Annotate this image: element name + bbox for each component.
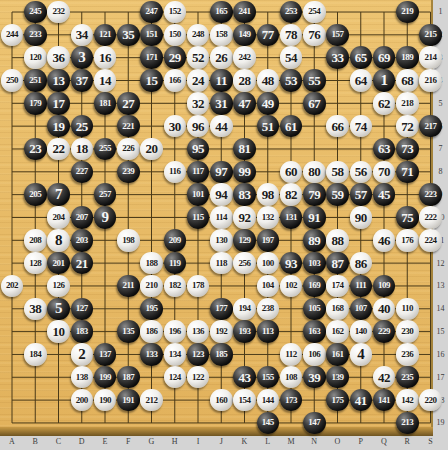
move-number: 238 — [262, 304, 274, 313]
stone-white-114[interactable]: 114 — [210, 206, 233, 229]
move-number: 90 — [355, 211, 367, 224]
stone-black-59[interactable]: 59 — [326, 183, 349, 206]
stone-white-220[interactable]: 220 — [419, 389, 442, 412]
stone-black-117[interactable]: 117 — [187, 161, 210, 184]
stone-white-210[interactable]: 210 — [140, 275, 163, 298]
stone-black-203[interactable]: 203 — [71, 229, 94, 252]
move-number: 45 — [378, 188, 390, 201]
stone-white-18[interactable]: 18 — [71, 138, 94, 161]
move-number: 21 — [76, 257, 88, 270]
board-grid[interactable]: 2452322471521652412532542192442333412135… — [0, 1, 442, 435]
stone-white-112[interactable]: 112 — [280, 343, 303, 366]
stone-white-250[interactable]: 250 — [1, 69, 24, 92]
stone-black-147[interactable]: 147 — [303, 412, 326, 435]
stone-white-190[interactable]: 190 — [94, 389, 117, 412]
move-number: 41 — [355, 394, 367, 407]
stone-black-29[interactable]: 29 — [164, 46, 187, 69]
stone-black-211[interactable]: 211 — [117, 275, 140, 298]
stone-black-179[interactable]: 179 — [24, 92, 47, 115]
move-number: 196 — [169, 327, 181, 336]
move-number: 208 — [29, 236, 41, 245]
stone-black-53[interactable]: 53 — [280, 69, 303, 92]
stone-white-46[interactable]: 46 — [373, 229, 396, 252]
stone-black-89[interactable]: 89 — [303, 229, 326, 252]
stone-black-177[interactable]: 177 — [210, 298, 233, 321]
move-number: 58 — [332, 165, 344, 178]
stone-white-216[interactable]: 216 — [419, 69, 442, 92]
stone-black-1[interactable]: 1 — [373, 69, 396, 92]
stone-white-214[interactable]: 214 — [419, 46, 442, 69]
move-number: 64 — [355, 74, 367, 87]
stone-black-115[interactable]: 115 — [187, 206, 210, 229]
move-number: 23 — [29, 142, 41, 155]
stone-white-70[interactable]: 70 — [373, 161, 396, 184]
stone-black-155[interactable]: 155 — [257, 366, 280, 389]
stone-black-57[interactable]: 57 — [350, 183, 373, 206]
stone-white-26[interactable]: 26 — [210, 46, 233, 69]
stone-black-17[interactable]: 17 — [47, 92, 70, 115]
stone-white-24[interactable]: 24 — [187, 69, 210, 92]
move-number: 187 — [122, 373, 134, 382]
move-number: 62 — [378, 97, 390, 110]
stone-white-100[interactable]: 100 — [257, 252, 280, 275]
stone-black-15[interactable]: 15 — [140, 69, 163, 92]
stone-white-48[interactable]: 48 — [257, 69, 280, 92]
move-number: 157 — [332, 30, 344, 39]
stone-black-213[interactable]: 213 — [396, 412, 419, 435]
stone-black-69[interactable]: 69 — [373, 46, 396, 69]
stone-white-40[interactable]: 40 — [373, 298, 396, 321]
stone-black-99[interactable]: 99 — [233, 161, 256, 184]
stone-white-108[interactable]: 108 — [280, 366, 303, 389]
stone-white-138[interactable]: 138 — [71, 366, 94, 389]
move-number: 112 — [285, 350, 297, 359]
stone-black-187[interactable]: 187 — [117, 366, 140, 389]
move-number: 253 — [285, 7, 297, 16]
stone-white-90[interactable]: 90 — [350, 206, 373, 229]
col-label-B: B — [24, 437, 47, 450]
stone-white-204[interactable]: 204 — [47, 206, 70, 229]
move-number: 99 — [239, 165, 251, 178]
stone-black-239[interactable]: 239 — [117, 161, 140, 184]
stone-black-131[interactable]: 131 — [280, 206, 303, 229]
stone-black-223[interactable]: 223 — [419, 183, 442, 206]
stone-white-124[interactable]: 124 — [164, 366, 187, 389]
stone-black-245[interactable]: 245 — [24, 1, 47, 24]
stone-black-255[interactable]: 255 — [94, 138, 117, 161]
stone-white-16[interactable]: 16 — [94, 46, 117, 69]
stone-white-10[interactable]: 10 — [47, 320, 70, 343]
stone-white-52[interactable]: 52 — [187, 46, 210, 69]
stone-white-66[interactable]: 66 — [326, 115, 349, 138]
stone-white-242[interactable]: 242 — [233, 46, 256, 69]
stone-black-201[interactable]: 201 — [47, 252, 70, 275]
stone-white-226[interactable]: 226 — [117, 138, 140, 161]
stone-white-162[interactable]: 162 — [326, 320, 349, 343]
stone-white-202[interactable]: 202 — [1, 275, 24, 298]
stone-white-144[interactable]: 144 — [257, 389, 280, 412]
move-number: 36 — [53, 51, 65, 64]
stone-white-168[interactable]: 168 — [326, 298, 349, 321]
move-number: 255 — [99, 144, 111, 153]
stone-black-253[interactable]: 253 — [280, 1, 303, 24]
stone-black-101[interactable]: 101 — [187, 183, 210, 206]
stone-white-56[interactable]: 56 — [350, 161, 373, 184]
stone-white-44[interactable]: 44 — [210, 115, 233, 138]
stone-white-14[interactable]: 14 — [94, 69, 117, 92]
stone-black-25[interactable]: 25 — [71, 115, 94, 138]
move-number: 31 — [215, 97, 227, 110]
stone-black-183[interactable]: 183 — [71, 320, 94, 343]
stone-black-207[interactable]: 207 — [71, 206, 94, 229]
move-number: 217 — [425, 122, 437, 131]
stone-black-247[interactable]: 247 — [140, 1, 163, 24]
move-number: 43 — [239, 371, 251, 384]
move-number: 33 — [332, 51, 344, 64]
stone-white-200[interactable]: 200 — [71, 389, 94, 412]
stone-black-91[interactable]: 91 — [303, 206, 326, 229]
stone-black-19[interactable]: 19 — [47, 115, 70, 138]
stone-black-209[interactable]: 209 — [164, 229, 187, 252]
stone-white-136[interactable]: 136 — [187, 320, 210, 343]
stone-black-27[interactable]: 27 — [117, 92, 140, 115]
stone-black-149[interactable]: 149 — [233, 24, 256, 47]
stone-white-150[interactable]: 150 — [164, 24, 187, 47]
stone-white-102[interactable]: 102 — [280, 275, 303, 298]
move-number: 28 — [239, 74, 251, 87]
stone-black-127[interactable]: 127 — [71, 298, 94, 321]
col-label-R: R — [396, 437, 419, 450]
stone-white-158[interactable]: 158 — [210, 24, 233, 47]
stone-black-7[interactable]: 7 — [47, 183, 70, 206]
stone-black-9[interactable]: 9 — [94, 206, 117, 229]
move-number: 81 — [239, 142, 251, 155]
stone-black-21[interactable]: 21 — [71, 252, 94, 275]
move-number: 134 — [169, 350, 181, 359]
move-number: 91 — [308, 211, 320, 224]
stone-white-38[interactable]: 38 — [24, 298, 47, 321]
stone-white-60[interactable]: 60 — [280, 161, 303, 184]
stone-black-145[interactable]: 145 — [257, 412, 280, 435]
stone-black-191[interactable]: 191 — [117, 389, 140, 412]
stone-black-111[interactable]: 111 — [350, 275, 373, 298]
stone-white-54[interactable]: 54 — [280, 46, 303, 69]
stone-white-30[interactable]: 30 — [164, 115, 187, 138]
move-number: 46 — [378, 234, 390, 247]
stone-white-134[interactable]: 134 — [164, 343, 187, 366]
stone-white-212[interactable]: 212 — [140, 389, 163, 412]
stone-white-126[interactable]: 126 — [47, 275, 70, 298]
stone-black-71[interactable]: 71 — [396, 161, 419, 184]
stone-white-92[interactable]: 92 — [233, 206, 256, 229]
stone-black-95[interactable]: 95 — [187, 138, 210, 161]
stone-white-98[interactable]: 98 — [257, 183, 280, 206]
stone-white-182[interactable]: 182 — [164, 275, 187, 298]
stone-white-140[interactable]: 140 — [350, 320, 373, 343]
move-number: 256 — [239, 259, 251, 268]
stone-black-163[interactable]: 163 — [303, 320, 326, 343]
stone-black-109[interactable]: 109 — [373, 275, 396, 298]
stone-white-78[interactable]: 78 — [280, 24, 303, 47]
stone-white-80[interactable]: 80 — [303, 161, 326, 184]
stone-black-37[interactable]: 37 — [71, 69, 94, 92]
stone-black-105[interactable]: 105 — [303, 298, 326, 321]
move-number: 96 — [192, 120, 204, 133]
stone-black-49[interactable]: 49 — [257, 92, 280, 115]
stone-black-113[interactable]: 113 — [257, 320, 280, 343]
stone-black-5[interactable]: 5 — [47, 298, 70, 321]
stone-black-65[interactable]: 65 — [350, 46, 373, 69]
move-number: 86 — [355, 257, 367, 270]
move-number: 69 — [378, 51, 390, 64]
stone-black-81[interactable]: 81 — [233, 138, 256, 161]
stone-white-194[interactable]: 194 — [233, 298, 256, 321]
stone-white-254[interactable]: 254 — [303, 1, 326, 24]
stone-black-137[interactable]: 137 — [94, 343, 117, 366]
stone-white-32[interactable]: 32 — [187, 92, 210, 115]
stone-black-151[interactable]: 151 — [140, 24, 163, 47]
move-number: 38 — [29, 302, 41, 315]
stone-black-87[interactable]: 87 — [326, 252, 349, 275]
move-number: 97 — [215, 165, 227, 178]
stone-white-196[interactable]: 196 — [164, 320, 187, 343]
stone-white-76[interactable]: 76 — [303, 24, 326, 47]
stone-black-55[interactable]: 55 — [303, 69, 326, 92]
stone-white-174[interactable]: 174 — [326, 275, 349, 298]
stone-black-139[interactable]: 139 — [326, 366, 349, 389]
stone-black-79[interactable]: 79 — [303, 183, 326, 206]
stone-black-169[interactable]: 169 — [303, 275, 326, 298]
stone-black-45[interactable]: 45 — [373, 183, 396, 206]
stone-black-33[interactable]: 33 — [326, 46, 349, 69]
stone-black-121[interactable]: 121 — [94, 24, 117, 47]
stone-black-197[interactable]: 197 — [257, 229, 280, 252]
stone-black-3[interactable]: 3 — [71, 46, 94, 69]
stone-white-166[interactable]: 166 — [164, 69, 187, 92]
stone-white-34[interactable]: 34 — [71, 24, 94, 47]
stone-black-31[interactable]: 31 — [210, 92, 233, 115]
stone-white-62[interactable]: 62 — [373, 92, 396, 115]
stone-white-188[interactable]: 188 — [140, 252, 163, 275]
stone-black-175[interactable]: 175 — [326, 389, 349, 412]
stone-black-181[interactable]: 181 — [94, 92, 117, 115]
stone-black-75[interactable]: 75 — [396, 206, 419, 229]
move-number: 216 — [425, 76, 437, 85]
stone-white-178[interactable]: 178 — [187, 275, 210, 298]
col-label-I: I — [186, 437, 209, 450]
stone-white-110[interactable]: 110 — [396, 298, 419, 321]
stone-white-68[interactable]: 68 — [396, 69, 419, 92]
stone-black-141[interactable]: 141 — [373, 389, 396, 412]
stone-black-185[interactable]: 185 — [210, 343, 233, 366]
stone-black-97[interactable]: 97 — [210, 161, 233, 184]
stone-black-93[interactable]: 93 — [280, 252, 303, 275]
stone-white-106[interactable]: 106 — [303, 343, 326, 366]
move-number: 40 — [378, 302, 390, 315]
stone-white-198[interactable]: 198 — [117, 229, 140, 252]
move-number: 1 — [381, 73, 388, 88]
move-number: 213 — [401, 418, 413, 427]
stone-white-224[interactable]: 224 — [419, 229, 442, 252]
stone-white-88[interactable]: 88 — [326, 229, 349, 252]
stone-black-227[interactable]: 227 — [71, 161, 94, 184]
stone-black-161[interactable]: 161 — [326, 343, 349, 366]
stone-white-8[interactable]: 8 — [47, 229, 70, 252]
stone-black-189[interactable]: 189 — [396, 46, 419, 69]
stone-black-63[interactable]: 63 — [373, 138, 396, 161]
stone-white-4[interactable]: 4 — [350, 343, 373, 366]
stone-white-192[interactable]: 192 — [210, 320, 233, 343]
move-number: 116 — [169, 167, 181, 176]
stone-black-221[interactable]: 221 — [117, 115, 140, 138]
stone-black-219[interactable]: 219 — [396, 1, 419, 24]
stone-white-154[interactable]: 154 — [233, 389, 256, 412]
stone-white-238[interactable]: 238 — [257, 298, 280, 321]
stone-white-160[interactable]: 160 — [210, 389, 233, 412]
stone-white-104[interactable]: 104 — [257, 275, 280, 298]
col-label-K: K — [233, 437, 256, 450]
move-number: 67 — [308, 97, 320, 110]
stone-white-28[interactable]: 28 — [233, 69, 256, 92]
stone-white-64[interactable]: 64 — [350, 69, 373, 92]
stone-white-232[interactable]: 232 — [47, 1, 70, 24]
move-number: 26 — [215, 51, 227, 64]
stone-black-67[interactable]: 67 — [303, 92, 326, 115]
move-number: 103 — [308, 259, 320, 268]
stone-black-13[interactable]: 13 — [47, 69, 70, 92]
stone-black-171[interactable]: 171 — [140, 46, 163, 69]
stone-white-58[interactable]: 58 — [326, 161, 349, 184]
stone-white-128[interactable]: 128 — [24, 252, 47, 275]
stone-black-173[interactable]: 173 — [280, 389, 303, 412]
stone-black-107[interactable]: 107 — [350, 298, 373, 321]
move-number: 173 — [285, 396, 297, 405]
stone-white-186[interactable]: 186 — [140, 320, 163, 343]
move-number: 201 — [53, 259, 65, 268]
stone-white-2[interactable]: 2 — [71, 343, 94, 366]
stone-black-195[interactable]: 195 — [140, 298, 163, 321]
move-number: 63 — [378, 142, 390, 155]
stone-black-51[interactable]: 51 — [257, 115, 280, 138]
stone-white-142[interactable]: 142 — [396, 389, 419, 412]
move-number: 227 — [76, 167, 88, 176]
move-number: 215 — [425, 30, 437, 39]
move-number: 137 — [99, 350, 111, 359]
move-number: 210 — [146, 281, 158, 290]
stone-white-248[interactable]: 248 — [187, 24, 210, 47]
stone-white-96[interactable]: 96 — [187, 115, 210, 138]
stone-black-73[interactable]: 73 — [396, 138, 419, 161]
move-number: 68 — [401, 74, 413, 87]
col-label-G: G — [140, 437, 163, 450]
stone-black-39[interactable]: 39 — [303, 366, 326, 389]
stone-white-118[interactable]: 118 — [210, 252, 233, 275]
stone-white-222[interactable]: 222 — [419, 206, 442, 229]
stone-white-184[interactable]: 184 — [24, 343, 47, 366]
move-number: 118 — [215, 259, 227, 268]
move-number: 209 — [169, 236, 181, 245]
move-number: 77 — [262, 28, 274, 41]
stone-white-176[interactable]: 176 — [396, 229, 419, 252]
col-label-L: L — [256, 437, 279, 450]
stone-black-135[interactable]: 135 — [117, 320, 140, 343]
stone-white-42[interactable]: 42 — [373, 366, 396, 389]
stone-black-229[interactable]: 229 — [373, 320, 396, 343]
stone-black-83[interactable]: 83 — [233, 183, 256, 206]
stone-black-61[interactable]: 61 — [280, 115, 303, 138]
stone-black-41[interactable]: 41 — [350, 389, 373, 412]
stone-black-43[interactable]: 43 — [233, 366, 256, 389]
stone-black-199[interactable]: 199 — [94, 366, 117, 389]
stone-black-123[interactable]: 123 — [187, 343, 210, 366]
stone-white-132[interactable]: 132 — [257, 206, 280, 229]
stone-white-218[interactable]: 218 — [396, 92, 419, 115]
stone-white-86[interactable]: 86 — [350, 252, 373, 275]
stone-white-152[interactable]: 152 — [164, 1, 187, 24]
stone-white-82[interactable]: 82 — [280, 183, 303, 206]
stone-black-235[interactable]: 235 — [396, 366, 419, 389]
stone-black-251[interactable]: 251 — [24, 69, 47, 92]
col-label-J: J — [210, 437, 233, 450]
stone-black-193[interactable]: 193 — [233, 320, 256, 343]
stone-black-233[interactable]: 233 — [24, 24, 47, 47]
stone-black-241[interactable]: 241 — [233, 1, 256, 24]
stone-white-256[interactable]: 256 — [233, 252, 256, 275]
stone-black-217[interactable]: 217 — [419, 115, 442, 138]
move-number: 190 — [99, 396, 111, 405]
stone-white-20[interactable]: 20 — [140, 138, 163, 161]
stone-white-116[interactable]: 116 — [164, 161, 187, 184]
stone-white-230[interactable]: 230 — [396, 320, 419, 343]
move-number: 242 — [239, 53, 251, 62]
stone-white-74[interactable]: 74 — [350, 115, 373, 138]
stone-black-129[interactable]: 129 — [233, 229, 256, 252]
stone-white-208[interactable]: 208 — [24, 229, 47, 252]
stone-black-103[interactable]: 103 — [303, 252, 326, 275]
move-number: 189 — [401, 53, 413, 62]
stone-black-157[interactable]: 157 — [326, 24, 349, 47]
stone-white-36[interactable]: 36 — [47, 46, 70, 69]
stone-black-257[interactable]: 257 — [94, 183, 117, 206]
stone-white-120[interactable]: 120 — [24, 46, 47, 69]
stone-white-122[interactable]: 122 — [187, 366, 210, 389]
stone-white-72[interactable]: 72 — [396, 115, 419, 138]
stone-black-47[interactable]: 47 — [233, 92, 256, 115]
stone-white-236[interactable]: 236 — [396, 343, 419, 366]
stone-black-133[interactable]: 133 — [140, 343, 163, 366]
stone-white-94[interactable]: 94 — [210, 183, 233, 206]
move-number: 195 — [146, 304, 158, 313]
move-number: 32 — [192, 97, 204, 110]
move-number: 194 — [239, 304, 251, 313]
stone-black-205[interactable]: 205 — [24, 183, 47, 206]
move-number: 95 — [192, 142, 204, 155]
stone-white-130[interactable]: 130 — [210, 229, 233, 252]
move-number: 219 — [401, 7, 413, 16]
move-number: 239 — [122, 167, 134, 176]
move-number: 198 — [122, 236, 134, 245]
stone-black-23[interactable]: 23 — [24, 138, 47, 161]
stone-white-244[interactable]: 244 — [1, 24, 24, 47]
stone-black-165[interactable]: 165 — [210, 1, 233, 24]
stone-black-77[interactable]: 77 — [257, 24, 280, 47]
stone-white-22[interactable]: 22 — [47, 138, 70, 161]
stone-black-215[interactable]: 215 — [419, 24, 442, 47]
stone-black-11[interactable]: 11 — [210, 69, 233, 92]
move-number: 20 — [146, 142, 158, 155]
stone-black-35[interactable]: 35 — [117, 24, 140, 47]
stone-black-119[interactable]: 119 — [164, 252, 187, 275]
